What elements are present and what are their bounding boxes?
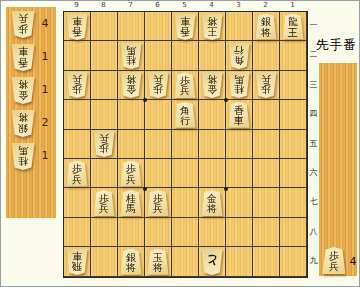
rank-label-4: 四 (307, 108, 320, 119)
sente-piece[interactable]: 玉将 (147, 249, 169, 275)
gote-piece[interactable]: 香車 (11, 44, 35, 71)
hand-count: 1 (37, 50, 53, 63)
sente-piece[interactable]: 歩兵 (120, 161, 142, 187)
piece-kanji: 桂馬 (120, 190, 142, 216)
gote-hand-tray[interactable]: 歩兵4香車1金将1銀将2桂馬1 (6, 7, 56, 218)
piece-kanji: 飛車 (66, 249, 88, 275)
gote-piece[interactable]: と (201, 249, 223, 275)
piece-kanji: と (201, 249, 223, 275)
sente-piece[interactable]: 金将 (201, 190, 223, 216)
sente-piece[interactable]: 銀将 (120, 249, 142, 275)
sente-piece[interactable]: 歩兵 (66, 161, 88, 187)
sente-piece[interactable]: 桂馬 (120, 190, 142, 216)
piece-kanji: 香車 (228, 102, 250, 128)
file-label-2: 2 (252, 1, 279, 9)
file-label-4: 4 (198, 1, 225, 9)
shogi-app: 香車香車王将銀将龍王桂馬角行歩兵金将歩兵歩兵金将桂馬歩兵角行香車歩兵歩兵歩兵歩兵… (0, 0, 360, 287)
gote-piece[interactable]: 歩兵 (255, 72, 277, 98)
rank-label-8: 八 (307, 226, 320, 237)
star-point (224, 187, 228, 191)
file-label-8: 8 (90, 1, 117, 9)
gote-piece[interactable]: 角行 (228, 43, 250, 69)
gote-piece[interactable]: 香車 (66, 14, 88, 40)
sente-piece[interactable]: 歩兵 (147, 190, 169, 216)
piece-kanji: 歩兵 (66, 72, 88, 98)
sente-piece[interactable]: 角行 (174, 102, 196, 128)
piece-kanji: 玉将 (147, 249, 169, 275)
rank-label-3: 三 (307, 79, 320, 90)
gote-piece[interactable]: 銀将 (11, 110, 35, 137)
piece-kanji: 歩兵 (147, 190, 169, 216)
hand-count: 4 (345, 255, 360, 268)
sente-piece[interactable]: 歩兵 (93, 190, 115, 216)
piece-kanji: 角行 (174, 102, 196, 128)
piece-kanji: 歩兵 (174, 72, 196, 98)
piece-kanji: 金将 (201, 190, 223, 216)
gote-piece[interactable]: 歩兵 (11, 11, 35, 38)
piece-kanji: 桂馬 (120, 43, 142, 69)
piece-kanji: 桂馬 (228, 72, 250, 98)
sente-piece[interactable]: 龍王 (282, 14, 304, 40)
piece-kanji: 桂馬 (11, 143, 35, 170)
file-label-9: 9 (63, 1, 90, 9)
gote-piece[interactable]: 金将 (120, 72, 142, 98)
piece-kanji: 角行 (228, 43, 250, 69)
hand-count: 1 (37, 149, 53, 162)
hand-count: 1 (37, 83, 53, 96)
rank-label-5: 五 (307, 138, 320, 149)
piece-kanji: 金将 (120, 72, 142, 98)
gote-piece[interactable]: 桂馬 (228, 72, 250, 98)
rank-label-7: 七 (307, 196, 320, 207)
gote-piece[interactable]: 金将 (11, 77, 35, 104)
rank-label-6: 六 (307, 167, 320, 178)
piece-kanji: 歩兵 (322, 247, 346, 274)
gote-piece[interactable]: 歩兵 (93, 131, 115, 157)
piece-kanji: 銀将 (11, 110, 35, 137)
shogi-board[interactable]: 香車香車王将銀将龍王桂馬角行歩兵金将歩兵歩兵金将桂馬歩兵角行香車歩兵歩兵歩兵歩兵… (63, 11, 308, 278)
piece-kanji: 王将 (201, 14, 223, 40)
piece-kanji: 歩兵 (66, 161, 88, 187)
sente-piece[interactable]: 歩兵 (174, 72, 196, 98)
file-label-6: 6 (144, 1, 171, 9)
hand-count: 2 (37, 116, 53, 129)
rank-label-2: 二 (307, 49, 320, 60)
sente-piece[interactable]: 歩兵 (322, 247, 346, 274)
gote-piece[interactable]: 王将 (201, 14, 223, 40)
gote-piece[interactable]: 香車 (174, 14, 196, 40)
file-label-5: 5 (171, 1, 198, 9)
gote-piece[interactable]: 桂馬 (120, 43, 142, 69)
gote-piece[interactable]: 飛車 (66, 249, 88, 275)
piece-kanji: 歩兵 (11, 11, 35, 38)
piece-kanji: 香車 (66, 14, 88, 40)
sente-piece[interactable]: 銀将 (255, 14, 277, 40)
piece-kanji: 歩兵 (93, 131, 115, 157)
piece-kanji: 金将 (201, 72, 223, 98)
file-label-3: 3 (225, 1, 252, 9)
hand-count: 4 (37, 17, 53, 30)
gote-piece[interactable]: 歩兵 (66, 72, 88, 98)
piece-kanji: 歩兵 (255, 72, 277, 98)
gote-piece[interactable]: 桂馬 (11, 143, 35, 170)
sente-piece[interactable]: 香車 (228, 102, 250, 128)
piece-kanji: 金将 (11, 77, 35, 104)
gote-piece[interactable]: 金将 (201, 72, 223, 98)
file-label-1: 1 (279, 1, 306, 9)
piece-kanji: 歩兵 (93, 190, 115, 216)
turn-indicator: 先手番 (316, 37, 360, 54)
rank-label-1: 一 (307, 20, 320, 31)
piece-kanji: 歩兵 (120, 161, 142, 187)
star-point (143, 98, 147, 102)
piece-kanji: 龍王 (282, 14, 304, 40)
gote-piece[interactable]: 歩兵 (147, 72, 169, 98)
piece-kanji: 歩兵 (147, 72, 169, 98)
piece-kanji: 銀将 (120, 249, 142, 275)
sente-hand-tray[interactable]: 歩兵4 (319, 63, 357, 276)
rank-label-9: 九 (307, 255, 320, 266)
piece-kanji: 銀将 (255, 14, 277, 40)
piece-kanji: 香車 (11, 44, 35, 71)
piece-kanji: 香車 (174, 14, 196, 40)
file-label-7: 7 (117, 1, 144, 9)
